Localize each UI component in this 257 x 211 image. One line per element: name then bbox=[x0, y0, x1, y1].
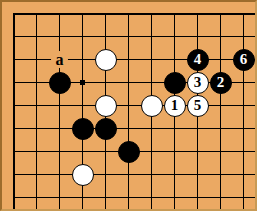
intersection bbox=[25, 117, 48, 140]
intersection bbox=[163, 163, 186, 186]
intersection bbox=[186, 140, 209, 163]
white-stone-move-3: 3 bbox=[187, 72, 209, 94]
intersection bbox=[2, 140, 25, 163]
white-stone bbox=[141, 95, 163, 117]
intersection bbox=[94, 71, 117, 94]
intersection bbox=[140, 2, 163, 25]
intersection bbox=[117, 117, 140, 140]
intersection bbox=[163, 48, 186, 71]
black-stone-move-6: 6 bbox=[233, 49, 255, 71]
intersection bbox=[232, 94, 255, 117]
intersection bbox=[25, 2, 48, 25]
intersection bbox=[186, 25, 209, 48]
intersection bbox=[117, 140, 140, 163]
intersection: 2 bbox=[209, 71, 232, 94]
black-stone bbox=[49, 72, 71, 94]
intersection bbox=[163, 140, 186, 163]
intersection bbox=[186, 186, 209, 209]
intersection bbox=[209, 140, 232, 163]
intersection bbox=[232, 117, 255, 140]
intersection bbox=[94, 140, 117, 163]
intersection: 5 bbox=[186, 94, 209, 117]
intersection bbox=[186, 2, 209, 25]
intersection bbox=[94, 186, 117, 209]
intersection bbox=[48, 163, 71, 186]
intersection bbox=[2, 2, 25, 25]
intersection bbox=[117, 2, 140, 25]
intersection bbox=[209, 186, 232, 209]
black-stone bbox=[95, 118, 117, 140]
intersection bbox=[25, 186, 48, 209]
go-board: a463215 bbox=[0, 0, 257, 211]
white-stone bbox=[95, 49, 117, 71]
intersection bbox=[48, 140, 71, 163]
intersection bbox=[117, 186, 140, 209]
intersection bbox=[71, 48, 94, 71]
intersection bbox=[2, 25, 25, 48]
intersection bbox=[48, 94, 71, 117]
intersection bbox=[25, 25, 48, 48]
point-label-a: a bbox=[51, 51, 68, 68]
intersection bbox=[163, 186, 186, 209]
white-stone bbox=[72, 164, 94, 186]
intersection bbox=[25, 48, 48, 71]
intersection bbox=[163, 71, 186, 94]
intersection: 1 bbox=[163, 94, 186, 117]
intersection bbox=[2, 94, 25, 117]
intersection bbox=[117, 94, 140, 117]
intersection bbox=[2, 117, 25, 140]
intersection bbox=[209, 163, 232, 186]
intersection bbox=[48, 117, 71, 140]
intersection bbox=[94, 163, 117, 186]
intersection bbox=[2, 186, 25, 209]
intersection bbox=[71, 2, 94, 25]
black-stone bbox=[118, 141, 140, 163]
intersection bbox=[232, 2, 255, 25]
intersection bbox=[163, 117, 186, 140]
intersection bbox=[71, 94, 94, 117]
hoshi-marker bbox=[80, 80, 85, 85]
intersection bbox=[71, 186, 94, 209]
intersection bbox=[232, 140, 255, 163]
intersection bbox=[186, 117, 209, 140]
intersection: 6 bbox=[232, 48, 255, 71]
board-intersections: a463215 bbox=[2, 2, 255, 209]
intersection bbox=[140, 163, 163, 186]
intersection bbox=[140, 48, 163, 71]
intersection bbox=[48, 186, 71, 209]
black-stone bbox=[72, 118, 94, 140]
intersection bbox=[94, 48, 117, 71]
intersection bbox=[48, 2, 71, 25]
intersection bbox=[71, 71, 94, 94]
intersection bbox=[25, 94, 48, 117]
intersection bbox=[232, 163, 255, 186]
white-stone-move-1: 1 bbox=[164, 95, 186, 117]
intersection bbox=[2, 71, 25, 94]
intersection bbox=[186, 163, 209, 186]
intersection bbox=[140, 25, 163, 48]
intersection bbox=[163, 2, 186, 25]
intersection bbox=[140, 94, 163, 117]
black-stone-move-4: 4 bbox=[187, 49, 209, 71]
intersection bbox=[209, 25, 232, 48]
black-stone bbox=[164, 72, 186, 94]
intersection bbox=[209, 2, 232, 25]
intersection bbox=[209, 48, 232, 71]
intersection bbox=[94, 25, 117, 48]
intersection bbox=[25, 140, 48, 163]
intersection bbox=[2, 163, 25, 186]
intersection bbox=[232, 25, 255, 48]
intersection bbox=[117, 25, 140, 48]
intersection bbox=[2, 48, 25, 71]
intersection bbox=[94, 94, 117, 117]
intersection bbox=[94, 2, 117, 25]
intersection bbox=[71, 163, 94, 186]
intersection bbox=[71, 117, 94, 140]
intersection bbox=[117, 48, 140, 71]
intersection bbox=[48, 71, 71, 94]
intersection bbox=[117, 71, 140, 94]
intersection bbox=[140, 140, 163, 163]
intersection bbox=[71, 25, 94, 48]
intersection bbox=[94, 117, 117, 140]
white-stone-move-5: 5 bbox=[187, 95, 209, 117]
intersection bbox=[117, 163, 140, 186]
white-stone bbox=[95, 95, 117, 117]
intersection bbox=[25, 71, 48, 94]
intersection bbox=[209, 117, 232, 140]
black-stone-move-2: 2 bbox=[210, 72, 232, 94]
intersection: a bbox=[48, 48, 71, 71]
intersection bbox=[140, 117, 163, 140]
intersection bbox=[209, 94, 232, 117]
intersection: 4 bbox=[186, 48, 209, 71]
intersection bbox=[232, 186, 255, 209]
intersection bbox=[71, 140, 94, 163]
intersection bbox=[48, 25, 71, 48]
intersection bbox=[232, 71, 255, 94]
intersection bbox=[25, 163, 48, 186]
intersection: 3 bbox=[186, 71, 209, 94]
intersection bbox=[140, 186, 163, 209]
intersection bbox=[140, 71, 163, 94]
intersection bbox=[163, 25, 186, 48]
